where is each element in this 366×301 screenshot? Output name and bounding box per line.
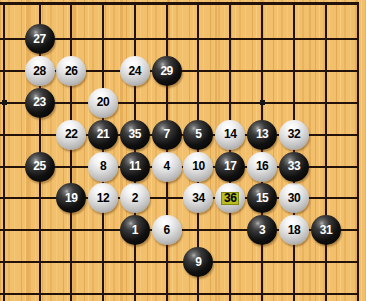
move-number: 19 xyxy=(65,192,77,205)
stone-black-e10: 25 xyxy=(25,152,55,182)
grid-line-v xyxy=(357,2,359,301)
move-number: 10 xyxy=(192,160,204,173)
stone-white-g10: 8 xyxy=(88,152,118,182)
grid-line-v xyxy=(3,2,5,301)
grid-line-v xyxy=(70,2,72,301)
move-number: 17 xyxy=(224,160,236,173)
move-number: 34 xyxy=(192,192,204,205)
stone-black-h10: 11 xyxy=(120,152,150,182)
stone-white-l10: 16 xyxy=(247,152,277,182)
move-number: 6 xyxy=(164,224,170,237)
move-number: 3 xyxy=(259,224,265,237)
stone-white-e13: 28 xyxy=(25,56,55,86)
grid-line-h xyxy=(0,2,359,5)
star-point xyxy=(260,100,265,105)
stone-white-k11: 14 xyxy=(215,120,245,150)
star-point xyxy=(2,100,7,105)
move-number: 16 xyxy=(256,160,268,173)
stone-white-k9: 36 xyxy=(215,183,245,213)
stone-black-j11: 5 xyxy=(183,120,213,150)
move-number: 2 xyxy=(132,192,138,205)
stone-black-f9: 19 xyxy=(56,183,86,213)
move-number: 35 xyxy=(129,128,141,141)
stone-white-h9: 2 xyxy=(120,183,150,213)
move-number: 15 xyxy=(256,192,268,205)
move-number: 9 xyxy=(195,256,201,269)
stone-black-k10: 17 xyxy=(215,152,245,182)
stone-white-g9: 12 xyxy=(88,183,118,213)
stone-white-h13: 24 xyxy=(120,56,150,86)
move-number: 23 xyxy=(33,96,45,109)
goban[interactable]: 1234567891011121314151617181920212223242… xyxy=(0,0,366,301)
move-number: 7 xyxy=(164,128,170,141)
move-number: 8 xyxy=(100,160,106,173)
stone-white-f13: 26 xyxy=(56,56,86,86)
move-number: 4 xyxy=(164,160,170,173)
stone-black-l9: 15 xyxy=(247,183,277,213)
grid-line-h xyxy=(0,261,359,263)
stone-white-j9: 34 xyxy=(183,183,213,213)
move-number: 27 xyxy=(33,33,45,46)
stone-black-i11: 7 xyxy=(152,120,182,150)
move-number: 24 xyxy=(129,65,141,78)
move-number: 26 xyxy=(65,65,77,78)
move-number: 29 xyxy=(160,65,172,78)
move-number: 11 xyxy=(129,160,141,173)
stone-white-g12: 20 xyxy=(88,88,118,118)
stone-black-l11: 13 xyxy=(247,120,277,150)
stone-white-i10: 4 xyxy=(152,152,182,182)
stone-black-m10: 33 xyxy=(279,152,309,182)
stone-white-m9: 30 xyxy=(279,183,309,213)
stone-black-n8: 31 xyxy=(311,215,341,245)
stone-black-l8: 3 xyxy=(247,215,277,245)
last-move-number-highlight: 36 xyxy=(221,192,239,205)
stone-black-h11: 35 xyxy=(120,120,150,150)
move-number: 32 xyxy=(288,128,300,141)
move-number: 30 xyxy=(288,192,300,205)
move-number: 12 xyxy=(97,192,109,205)
move-number: 31 xyxy=(320,224,332,237)
stone-white-m8: 18 xyxy=(279,215,309,245)
grid-line-v xyxy=(325,2,327,301)
move-number: 1 xyxy=(132,224,138,237)
stone-black-e14: 27 xyxy=(25,24,55,54)
stone-white-j10: 10 xyxy=(183,152,213,182)
stone-black-j7: 9 xyxy=(183,247,213,277)
move-number: 13 xyxy=(256,128,268,141)
move-number: 25 xyxy=(33,160,45,173)
move-number: 28 xyxy=(33,65,45,78)
move-number: 21 xyxy=(97,128,109,141)
stone-white-m11: 32 xyxy=(279,120,309,150)
stone-black-h8: 1 xyxy=(120,215,150,245)
stone-black-i13: 29 xyxy=(152,56,182,86)
stone-black-e12: 23 xyxy=(25,88,55,118)
move-number: 22 xyxy=(65,128,77,141)
stone-white-f11: 22 xyxy=(56,120,86,150)
stone-white-i8: 6 xyxy=(152,215,182,245)
grid-line-h xyxy=(0,293,359,295)
move-number: 20 xyxy=(97,96,109,109)
move-number: 18 xyxy=(288,224,300,237)
stone-black-g11: 21 xyxy=(88,120,118,150)
move-number: 5 xyxy=(195,128,201,141)
move-number: 33 xyxy=(288,160,300,173)
move-number: 14 xyxy=(224,128,236,141)
